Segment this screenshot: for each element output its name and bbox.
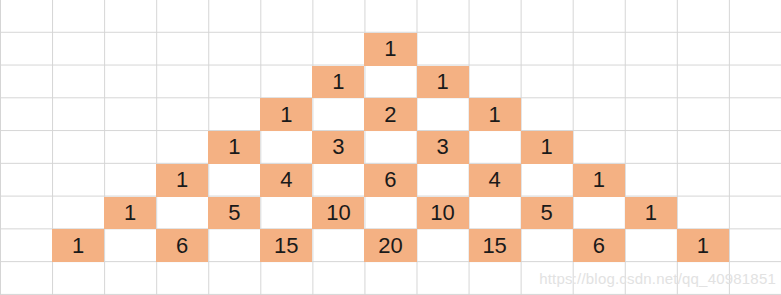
empty-cell[interactable]: [677, 164, 729, 197]
empty-cell[interactable]: [0, 66, 52, 99]
empty-cell[interactable]: [521, 33, 573, 66]
number-cell-r7c11[interactable]: 6: [573, 229, 625, 262]
empty-cell[interactable]: [52, 0, 104, 33]
empty-cell[interactable]: [104, 164, 156, 197]
empty-cell[interactable]: [0, 262, 52, 295]
pascal-triangle-grid: 111121133114641151010511615201561: [0, 0, 781, 295]
empty-cell[interactable]: [625, 229, 677, 262]
empty-cell[interactable]: [260, 66, 312, 99]
empty-cell[interactable]: [0, 131, 52, 164]
empty-cell[interactable]: [156, 98, 208, 131]
empty-cell[interactable]: [677, 0, 729, 33]
number-cell-r6c2[interactable]: 1: [104, 197, 156, 230]
empty-cell[interactable]: [0, 164, 52, 197]
number-cell-r7c3[interactable]: 6: [156, 229, 208, 262]
empty-cell[interactable]: [573, 0, 625, 33]
empty-cell[interactable]: [104, 98, 156, 131]
empty-cell[interactable]: [312, 98, 364, 131]
empty-cell[interactable]: [677, 197, 729, 230]
empty-cell[interactable]: [625, 0, 677, 33]
empty-cell[interactable]: [729, 262, 781, 295]
empty-cell[interactable]: [573, 66, 625, 99]
empty-cell[interactable]: [469, 33, 521, 66]
empty-cell[interactable]: [625, 66, 677, 99]
empty-cell[interactable]: [521, 98, 573, 131]
number-cell-r4c10[interactable]: 1: [521, 131, 573, 164]
empty-cell[interactable]: [625, 164, 677, 197]
empty-cell[interactable]: [104, 66, 156, 99]
empty-cell[interactable]: [52, 33, 104, 66]
empty-cell[interactable]: [260, 197, 312, 230]
empty-cell[interactable]: [208, 98, 260, 131]
empty-cell[interactable]: [729, 66, 781, 99]
number-cell-r5c9[interactable]: 4: [469, 164, 521, 197]
empty-cell[interactable]: [729, 131, 781, 164]
empty-cell[interactable]: [677, 98, 729, 131]
empty-cell[interactable]: [312, 164, 364, 197]
number-cell-r7c13[interactable]: 1: [677, 229, 729, 262]
empty-cell[interactable]: [52, 262, 104, 295]
empty-cell[interactable]: [0, 0, 52, 33]
empty-cell[interactable]: [156, 262, 208, 295]
empty-cell[interactable]: [573, 131, 625, 164]
empty-cell[interactable]: [260, 131, 312, 164]
empty-cell[interactable]: [208, 229, 260, 262]
number-cell-r4c4[interactable]: 1: [208, 131, 260, 164]
empty-cell[interactable]: [312, 0, 364, 33]
empty-cell[interactable]: [364, 0, 416, 33]
empty-cell[interactable]: [729, 229, 781, 262]
number-cell-r5c5[interactable]: 4: [260, 164, 312, 197]
number-cell-r4c8[interactable]: 3: [417, 131, 469, 164]
empty-cell[interactable]: [104, 229, 156, 262]
empty-cell[interactable]: [521, 164, 573, 197]
empty-cell[interactable]: [417, 0, 469, 33]
empty-cell[interactable]: [0, 197, 52, 230]
empty-cell[interactable]: [417, 33, 469, 66]
empty-cell[interactable]: [417, 262, 469, 295]
empty-cell[interactable]: [0, 229, 52, 262]
number-cell-r6c8[interactable]: 10: [417, 197, 469, 230]
empty-cell[interactable]: [417, 229, 469, 262]
empty-cell[interactable]: [364, 66, 416, 99]
empty-cell[interactable]: [521, 66, 573, 99]
empty-cell[interactable]: [104, 33, 156, 66]
empty-cell[interactable]: [521, 0, 573, 33]
empty-cell[interactable]: [573, 262, 625, 295]
empty-cell[interactable]: [417, 164, 469, 197]
empty-cell[interactable]: [417, 98, 469, 131]
number-cell-r3c5[interactable]: 1: [260, 98, 312, 131]
empty-cell[interactable]: [469, 262, 521, 295]
number-cell-r2c6[interactable]: 1: [312, 66, 364, 99]
empty-cell[interactable]: [312, 229, 364, 262]
empty-cell[interactable]: [208, 0, 260, 33]
empty-cell[interactable]: [52, 164, 104, 197]
number-cell-r6c10[interactable]: 5: [521, 197, 573, 230]
empty-cell[interactable]: [260, 33, 312, 66]
empty-cell[interactable]: [625, 98, 677, 131]
number-cell-r6c12[interactable]: 1: [625, 197, 677, 230]
number-cell-r3c9[interactable]: 1: [469, 98, 521, 131]
empty-cell[interactable]: [677, 262, 729, 295]
empty-cell[interactable]: [364, 262, 416, 295]
spreadsheet-stage: 111121133114641151010511615201561 https:…: [0, 0, 781, 295]
empty-cell[interactable]: [625, 33, 677, 66]
empty-cell[interactable]: [729, 197, 781, 230]
number-cell-r5c7[interactable]: 6: [364, 164, 416, 197]
empty-cell[interactable]: [208, 164, 260, 197]
number-cell-r7c1[interactable]: 1: [52, 229, 104, 262]
number-cell-r6c6[interactable]: 10: [312, 197, 364, 230]
empty-cell[interactable]: [52, 197, 104, 230]
empty-cell[interactable]: [208, 66, 260, 99]
empty-cell[interactable]: [52, 131, 104, 164]
empty-cell[interactable]: [312, 33, 364, 66]
empty-cell[interactable]: [312, 262, 364, 295]
number-cell-r3c7[interactable]: 2: [364, 98, 416, 131]
empty-cell[interactable]: [208, 262, 260, 295]
empty-cell[interactable]: [0, 33, 52, 66]
empty-cell[interactable]: [156, 131, 208, 164]
empty-cell[interactable]: [364, 131, 416, 164]
empty-cell[interactable]: [469, 197, 521, 230]
number-cell-r5c3[interactable]: 1: [156, 164, 208, 197]
number-cell-r4c6[interactable]: 3: [312, 131, 364, 164]
empty-cell[interactable]: [260, 0, 312, 33]
empty-cell[interactable]: [52, 66, 104, 99]
empty-cell[interactable]: [521, 262, 573, 295]
empty-cell[interactable]: [104, 0, 156, 33]
empty-cell[interactable]: [521, 229, 573, 262]
empty-cell[interactable]: [104, 131, 156, 164]
empty-cell[interactable]: [625, 131, 677, 164]
empty-cell[interactable]: [156, 0, 208, 33]
empty-cell[interactable]: [260, 262, 312, 295]
empty-cell[interactable]: [0, 98, 52, 131]
empty-cell[interactable]: [677, 131, 729, 164]
number-cell-r6c4[interactable]: 5: [208, 197, 260, 230]
empty-cell[interactable]: [729, 164, 781, 197]
empty-cell[interactable]: [208, 33, 260, 66]
empty-cell[interactable]: [677, 66, 729, 99]
empty-cell[interactable]: [156, 33, 208, 66]
number-cell-r7c5[interactable]: 15: [260, 229, 312, 262]
empty-cell[interactable]: [469, 131, 521, 164]
empty-cell[interactable]: [573, 33, 625, 66]
empty-cell[interactable]: [677, 33, 729, 66]
number-cell-r5c11[interactable]: 1: [573, 164, 625, 197]
number-cell-r7c9[interactable]: 15: [469, 229, 521, 262]
number-cell-r1c7[interactable]: 1: [364, 33, 416, 66]
empty-cell[interactable]: [573, 98, 625, 131]
number-cell-r2c8[interactable]: 1: [417, 66, 469, 99]
empty-cell[interactable]: [156, 197, 208, 230]
empty-cell[interactable]: [729, 33, 781, 66]
empty-cell[interactable]: [469, 66, 521, 99]
empty-cell[interactable]: [364, 197, 416, 230]
empty-cell[interactable]: [729, 0, 781, 33]
number-cell-r7c7[interactable]: 20: [364, 229, 416, 262]
empty-cell[interactable]: [104, 262, 156, 295]
empty-cell[interactable]: [52, 98, 104, 131]
empty-cell[interactable]: [625, 262, 677, 295]
empty-cell[interactable]: [156, 66, 208, 99]
empty-cell[interactable]: [469, 0, 521, 33]
empty-cell[interactable]: [729, 98, 781, 131]
empty-cell[interactable]: [573, 197, 625, 230]
